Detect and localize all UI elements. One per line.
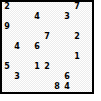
sudoku-board: 27439724615123684 (0, 0, 94, 94)
sudoku-cell-r9c9[interactable] (82, 82, 92, 92)
